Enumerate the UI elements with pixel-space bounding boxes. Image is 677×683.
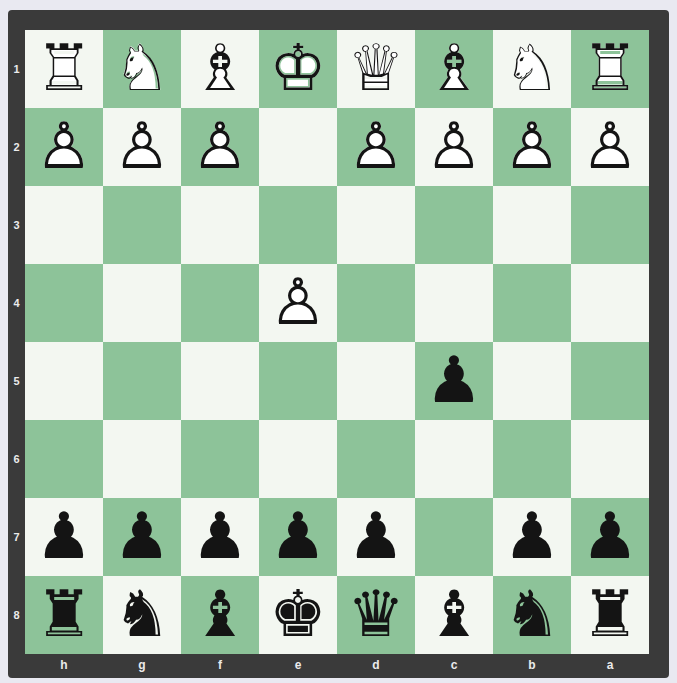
piece-white-knight[interactable]: ♞♘ — [103, 30, 181, 108]
rank-label-4: 4 — [8, 264, 25, 342]
rank-coordinate-labels: 12345678 — [8, 30, 25, 654]
square-g1[interactable]: ♞♘ — [103, 30, 181, 108]
white-piece-outline-layer: ♕ — [337, 30, 415, 108]
chess-board: ♜♖♞♘♝♗♚♔♛♕♝♗♞♘♜♖♟♙♟♙♟♙♟♙♟♙♟♙♟♙♟♙♟♟♟♟♟♟♟♟… — [25, 30, 649, 654]
square-a1[interactable]: ♜♖ — [571, 30, 649, 108]
square-e4[interactable]: ♟♙ — [259, 264, 337, 342]
square-a5[interactable] — [571, 342, 649, 420]
white-piece-outline-layer: ♘ — [103, 30, 181, 108]
square-e6[interactable] — [259, 420, 337, 498]
rank-label-7: 7 — [8, 498, 25, 576]
piece-white-rook[interactable]: ♜♖ — [571, 30, 649, 108]
square-e8[interactable]: ♚ — [259, 576, 337, 654]
piece-black-pawn[interactable]: ♟ — [103, 498, 181, 576]
piece-white-pawn[interactable]: ♟♙ — [103, 108, 181, 186]
file-label-c: c — [415, 654, 493, 678]
piece-white-knight[interactable]: ♞♘ — [493, 30, 571, 108]
square-d3[interactable] — [337, 186, 415, 264]
piece-black-pawn[interactable]: ♟ — [415, 342, 493, 420]
piece-white-pawn[interactable]: ♟♙ — [181, 108, 259, 186]
piece-white-bishop[interactable]: ♝♗ — [181, 30, 259, 108]
file-label-a: a — [571, 654, 649, 678]
file-label-f: f — [181, 654, 259, 678]
square-d1[interactable]: ♛♕ — [337, 30, 415, 108]
white-piece-outline-layer: ♙ — [25, 108, 103, 186]
file-label-h: h — [25, 654, 103, 678]
square-a7[interactable]: ♟ — [571, 498, 649, 576]
square-d2[interactable]: ♟♙ — [337, 108, 415, 186]
piece-white-bishop[interactable]: ♝♗ — [415, 30, 493, 108]
square-h2[interactable]: ♟♙ — [25, 108, 103, 186]
piece-black-bishop[interactable]: ♝ — [415, 576, 493, 654]
white-piece-outline-layer: ♗ — [181, 30, 259, 108]
white-piece-outline-layer: ♙ — [493, 108, 571, 186]
square-b8[interactable]: ♞ — [493, 576, 571, 654]
square-d5[interactable] — [337, 342, 415, 420]
square-f5[interactable] — [181, 342, 259, 420]
square-h8[interactable]: ♜ — [25, 576, 103, 654]
square-f7[interactable]: ♟ — [181, 498, 259, 576]
piece-white-pawn[interactable]: ♟♙ — [571, 108, 649, 186]
square-d7[interactable]: ♟ — [337, 498, 415, 576]
square-h1[interactable]: ♜♖ — [25, 30, 103, 108]
piece-black-queen[interactable]: ♛ — [337, 576, 415, 654]
square-g5[interactable] — [103, 342, 181, 420]
white-piece-outline-layer: ♔ — [259, 30, 337, 108]
white-piece-outline-layer: ♙ — [415, 108, 493, 186]
square-e2[interactable] — [259, 108, 337, 186]
square-c2[interactable]: ♟♙ — [415, 108, 493, 186]
square-c5[interactable]: ♟ — [415, 342, 493, 420]
white-piece-outline-layer: ♙ — [181, 108, 259, 186]
square-c7[interactable] — [415, 498, 493, 576]
white-piece-outline-layer: ♙ — [337, 108, 415, 186]
square-f1[interactable]: ♝♗ — [181, 30, 259, 108]
piece-white-queen[interactable]: ♛♕ — [337, 30, 415, 108]
file-label-e: e — [259, 654, 337, 678]
square-g3[interactable] — [103, 186, 181, 264]
square-g4[interactable] — [103, 264, 181, 342]
piece-black-bishop[interactable]: ♝ — [181, 576, 259, 654]
piece-white-king[interactable]: ♚♔ — [259, 30, 337, 108]
rank-label-3: 3 — [8, 186, 25, 264]
piece-white-pawn[interactable]: ♟♙ — [415, 108, 493, 186]
piece-black-pawn[interactable]: ♟ — [493, 498, 571, 576]
piece-black-knight[interactable]: ♞ — [103, 576, 181, 654]
white-piece-outline-layer: ♙ — [571, 108, 649, 186]
square-g6[interactable] — [103, 420, 181, 498]
square-a4[interactable] — [571, 264, 649, 342]
piece-black-rook[interactable]: ♜ — [25, 576, 103, 654]
square-f6[interactable] — [181, 420, 259, 498]
square-b3[interactable] — [493, 186, 571, 264]
white-piece-outline-layer: ♙ — [259, 264, 337, 342]
piece-black-pawn[interactable]: ♟ — [337, 498, 415, 576]
square-a6[interactable] — [571, 420, 649, 498]
square-b2[interactable]: ♟♙ — [493, 108, 571, 186]
square-e7[interactable]: ♟ — [259, 498, 337, 576]
square-f4[interactable] — [181, 264, 259, 342]
piece-white-pawn[interactable]: ♟♙ — [259, 264, 337, 342]
white-piece-outline-layer: ♖ — [571, 30, 649, 108]
square-a8[interactable]: ♜ — [571, 576, 649, 654]
square-b6[interactable] — [493, 420, 571, 498]
rank-label-8: 8 — [8, 576, 25, 654]
white-piece-outline-layer: ♗ — [415, 30, 493, 108]
rank-label-1: 1 — [8, 30, 25, 108]
square-e1[interactable]: ♚♔ — [259, 30, 337, 108]
piece-black-pawn[interactable]: ♟ — [181, 498, 259, 576]
rank-label-5: 5 — [8, 342, 25, 420]
piece-white-pawn[interactable]: ♟♙ — [25, 108, 103, 186]
piece-black-pawn[interactable]: ♟ — [25, 498, 103, 576]
chess-app-page: ♜♖♞♘♝♗♚♔♛♕♝♗♞♘♜♖♟♙♟♙♟♙♟♙♟♙♟♙♟♙♟♙♟♟♟♟♟♟♟♟… — [0, 0, 677, 683]
square-g7[interactable]: ♟ — [103, 498, 181, 576]
square-f8[interactable]: ♝ — [181, 576, 259, 654]
white-piece-outline-layer: ♖ — [25, 30, 103, 108]
square-c3[interactable] — [415, 186, 493, 264]
rank-label-2: 2 — [8, 108, 25, 186]
piece-white-pawn[interactable]: ♟♙ — [493, 108, 571, 186]
square-g8[interactable]: ♞ — [103, 576, 181, 654]
piece-white-pawn[interactable]: ♟♙ — [337, 108, 415, 186]
chess-board-frame: ♜♖♞♘♝♗♚♔♛♕♝♗♞♘♜♖♟♙♟♙♟♙♟♙♟♙♟♙♟♙♟♙♟♟♟♟♟♟♟♟… — [8, 10, 669, 678]
square-d6[interactable] — [337, 420, 415, 498]
square-c6[interactable] — [415, 420, 493, 498]
piece-black-pawn[interactable]: ♟ — [571, 498, 649, 576]
file-label-g: g — [103, 654, 181, 678]
square-h5[interactable] — [25, 342, 103, 420]
square-b7[interactable]: ♟ — [493, 498, 571, 576]
square-c1[interactable]: ♝♗ — [415, 30, 493, 108]
square-h7[interactable]: ♟ — [25, 498, 103, 576]
white-piece-outline-layer: ♘ — [493, 30, 571, 108]
file-label-b: b — [493, 654, 571, 678]
square-h3[interactable] — [25, 186, 103, 264]
square-d8[interactable]: ♛ — [337, 576, 415, 654]
square-a2[interactable]: ♟♙ — [571, 108, 649, 186]
square-b4[interactable] — [493, 264, 571, 342]
square-c4[interactable] — [415, 264, 493, 342]
square-f2[interactable]: ♟♙ — [181, 108, 259, 186]
square-c8[interactable]: ♝ — [415, 576, 493, 654]
square-h6[interactable] — [25, 420, 103, 498]
white-piece-outline-layer: ♙ — [103, 108, 181, 186]
file-coordinate-labels: hgfedcba — [25, 654, 649, 678]
square-a3[interactable] — [571, 186, 649, 264]
square-b5[interactable] — [493, 342, 571, 420]
file-label-d: d — [337, 654, 415, 678]
rank-label-6: 6 — [8, 420, 25, 498]
piece-white-rook[interactable]: ♜♖ — [25, 30, 103, 108]
piece-black-king[interactable]: ♚ — [259, 576, 337, 654]
piece-black-pawn[interactable]: ♟ — [259, 498, 337, 576]
square-d4[interactable] — [337, 264, 415, 342]
square-e5[interactable] — [259, 342, 337, 420]
piece-black-rook[interactable]: ♜ — [571, 576, 649, 654]
square-f3[interactable] — [181, 186, 259, 264]
square-g2[interactable]: ♟♙ — [103, 108, 181, 186]
square-h4[interactable] — [25, 264, 103, 342]
square-e3[interactable] — [259, 186, 337, 264]
piece-black-knight[interactable]: ♞ — [493, 576, 571, 654]
square-b1[interactable]: ♞♘ — [493, 30, 571, 108]
